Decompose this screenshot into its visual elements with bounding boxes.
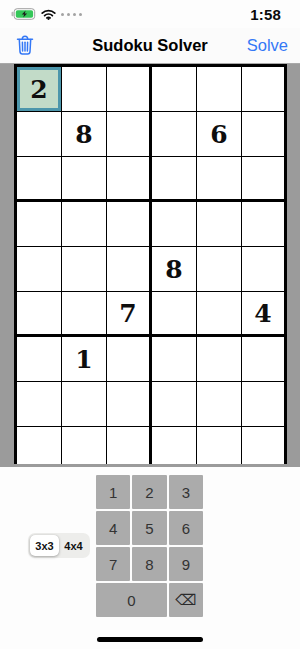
cell-r6c5[interactable]	[197, 292, 242, 337]
cell-r4c5[interactable]	[197, 202, 242, 247]
status-bar: 1:58	[0, 0, 300, 28]
cell-r2c1[interactable]	[17, 112, 62, 157]
cell-r2c5[interactable]: 6	[197, 112, 242, 157]
cell-r6c2[interactable]	[62, 292, 107, 337]
cell-r6c3[interactable]: 7	[107, 292, 152, 337]
cell-r1c5[interactable]	[197, 67, 242, 112]
cell-r7c5[interactable]	[197, 337, 242, 382]
key-0[interactable]: 0	[96, 583, 167, 617]
key-3[interactable]: 3	[169, 475, 203, 509]
wifi-icon	[41, 9, 56, 20]
clock: 1:58	[250, 6, 281, 23]
cell-r3c4[interactable]	[152, 157, 197, 202]
cell-r8c1[interactable]	[17, 382, 62, 427]
cell-r9c4[interactable]	[152, 427, 197, 464]
sudoku-grid: 2868741	[14, 64, 287, 464]
cell-r2c3[interactable]	[107, 112, 152, 157]
cell-r7c6[interactable]	[242, 337, 287, 382]
cell-r4c6[interactable]	[242, 202, 287, 247]
cell-r3c1[interactable]	[17, 157, 62, 202]
cell-r1c3[interactable]	[107, 67, 152, 112]
cell-r2c6[interactable]	[242, 112, 287, 157]
battery-charging-icon	[11, 8, 36, 20]
cell-r5c5[interactable]	[197, 247, 242, 292]
cell-r5c2[interactable]	[62, 247, 107, 292]
cell-r4c1[interactable]	[17, 202, 62, 247]
app-screen: 1:58 Sudoku Solver Solve 2868741 123456	[0, 0, 300, 649]
cell-r3c5[interactable]	[197, 157, 242, 202]
cell-r8c3[interactable]	[107, 382, 152, 427]
board-viewport[interactable]: 2868741	[14, 64, 287, 464]
cell-r4c2[interactable]	[62, 202, 107, 247]
sudoku-board: 2868741	[0, 64, 300, 467]
cell-r3c3[interactable]	[107, 157, 152, 202]
cell-r5c3[interactable]	[107, 247, 152, 292]
cell-r7c4[interactable]	[152, 337, 197, 382]
cell-r6c6[interactable]: 4	[242, 292, 287, 337]
cell-r2c4[interactable]	[152, 112, 197, 157]
status-icons	[11, 8, 82, 20]
cell-r5c6[interactable]	[242, 247, 287, 292]
cell-r5c4[interactable]: 8	[152, 247, 197, 292]
key-2[interactable]: 2	[132, 475, 166, 509]
segment-4x4[interactable]: 4x4	[59, 535, 88, 556]
key-9[interactable]: 9	[169, 547, 203, 581]
cell-r9c1[interactable]	[17, 427, 62, 464]
key-4[interactable]: 4	[96, 511, 130, 545]
cell-r3c2[interactable]	[62, 157, 107, 202]
cell-r7c3[interactable]	[107, 337, 152, 382]
cell-r7c1[interactable]	[17, 337, 62, 382]
cell-r9c3[interactable]	[107, 427, 152, 464]
cell-r9c5[interactable]	[197, 427, 242, 464]
box-size-toggle: 3x3 4x4	[28, 533, 90, 558]
cell-r8c2[interactable]	[62, 382, 107, 427]
cell-r4c3[interactable]	[107, 202, 152, 247]
cell-r6c4[interactable]	[152, 292, 197, 337]
cell-r9c6[interactable]	[242, 427, 287, 464]
nav-bar: Sudoku Solver Solve	[0, 28, 300, 64]
key-5[interactable]: 5	[132, 511, 166, 545]
cell-r5c1[interactable]	[17, 247, 62, 292]
cell-r6c1[interactable]	[17, 292, 62, 337]
cell-r2c2[interactable]: 8	[62, 112, 107, 157]
home-indicator[interactable]	[97, 637, 203, 642]
cell-r8c6[interactable]	[242, 382, 287, 427]
cellular-dots-icon	[61, 13, 82, 16]
cell-r4c4[interactable]	[152, 202, 197, 247]
key-7[interactable]: 7	[96, 547, 130, 581]
key-8[interactable]: 8	[132, 547, 166, 581]
cell-r7c2[interactable]: 1	[62, 337, 107, 382]
solve-button[interactable]: Solve	[247, 36, 288, 55]
key-1[interactable]: 1	[96, 475, 130, 509]
cell-r9c2[interactable]	[62, 427, 107, 464]
key-backspace[interactable]: ⌫	[169, 583, 203, 617]
cell-r1c1[interactable]: 2	[17, 67, 62, 112]
keypad: 1234567890⌫	[96, 475, 203, 617]
cell-r8c4[interactable]	[152, 382, 197, 427]
cell-r1c2[interactable]	[62, 67, 107, 112]
cell-r1c6[interactable]	[242, 67, 287, 112]
cell-r8c5[interactable]	[197, 382, 242, 427]
segment-3x3[interactable]: 3x3	[30, 535, 59, 556]
cell-r1c4[interactable]	[152, 67, 197, 112]
cell-r3c6[interactable]	[242, 157, 287, 202]
key-6[interactable]: 6	[169, 511, 203, 545]
